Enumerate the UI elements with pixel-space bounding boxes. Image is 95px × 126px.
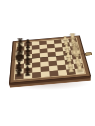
brass-clasp-icon <box>85 52 93 56</box>
square-h1: ♜ <box>75 68 85 74</box>
square-h6 <box>32 72 41 78</box>
white-pawn-h2: ♟ <box>67 66 75 74</box>
chess-set-product-photo: ♜♟♟♜♞♟♟♞♝♟♟♝♛♟♟♛♚♟♟♚♝♟♟♝♞♟♟♞♜♟♟♜ <box>0 0 95 126</box>
white-rook-h1: ♜ <box>75 63 85 74</box>
square-h8: ♜ <box>15 73 24 79</box>
board-squares: ♜♟♟♜♞♟♟♞♝♟♟♝♛♟♟♛♚♟♟♚♝♟♟♝♞♟♟♞♜♟♟♜ <box>15 38 85 79</box>
chess-board: ♜♟♟♜♞♟♟♞♝♟♟♝♛♟♟♛♚♟♟♚♝♟♟♝♞♟♟♞♜♟♟♜ <box>9 35 91 83</box>
square-h7: ♟ <box>24 73 33 79</box>
black-pawn-h7: ♟ <box>24 70 32 78</box>
black-rook-h8: ♜ <box>14 68 24 79</box>
